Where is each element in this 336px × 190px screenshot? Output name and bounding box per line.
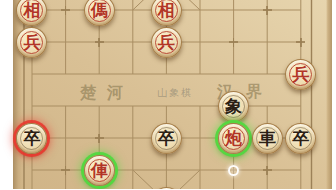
- red-chariot-piece[interactable]: 俥: [84, 155, 115, 186]
- red-soldier-piece[interactable]: 兵: [16, 27, 47, 58]
- black-advisor-piece[interactable]: 士: [151, 187, 182, 190]
- black-chariot-glyph: 車: [259, 129, 276, 146]
- black-elephant-glyph: 象: [225, 97, 242, 114]
- black-soldier-piece[interactable]: 卒: [285, 123, 316, 154]
- red-elephant-glyph: 相: [23, 1, 40, 18]
- red-elephant-piece[interactable]: 相: [16, 0, 47, 26]
- black-elephant-piece[interactable]: 象: [218, 91, 249, 122]
- black-soldier-glyph: 卒: [23, 129, 40, 146]
- red-elephant-piece[interactable]: 相: [151, 0, 182, 26]
- red-elephant-glyph: 相: [158, 1, 175, 18]
- red-soldier-piece[interactable]: 兵: [151, 27, 182, 58]
- black-soldier-glyph: 卒: [158, 129, 175, 146]
- black-soldier-piece[interactable]: 卒: [151, 123, 182, 154]
- red-cannon-glyph: 炮: [225, 129, 242, 146]
- red-horse-piece[interactable]: 傌: [84, 0, 115, 26]
- black-soldier-piece[interactable]: 卒: [16, 123, 47, 154]
- piece-grid[interactable]: 相傌相兵兵兵象卒卒炮車卒俥士: [15, 0, 317, 189]
- red-soldier-piece[interactable]: 兵: [285, 59, 316, 90]
- red-soldier-glyph: 兵: [292, 65, 309, 82]
- black-soldier-glyph: 卒: [292, 129, 309, 146]
- black-chariot-piece[interactable]: 車: [252, 123, 283, 154]
- red-chariot-glyph: 俥: [91, 161, 108, 178]
- red-soldier-glyph: 兵: [23, 33, 40, 50]
- xiangqi-board-screenshot: 楚河 汉界 山象棋 相傌相兵兵兵象卒卒炮車卒俥士: [0, 0, 336, 189]
- move-indicator-dot[interactable]: [228, 165, 239, 176]
- red-cannon-piece[interactable]: 炮: [218, 123, 249, 154]
- red-horse-glyph: 傌: [91, 1, 108, 18]
- red-soldier-glyph: 兵: [158, 33, 175, 50]
